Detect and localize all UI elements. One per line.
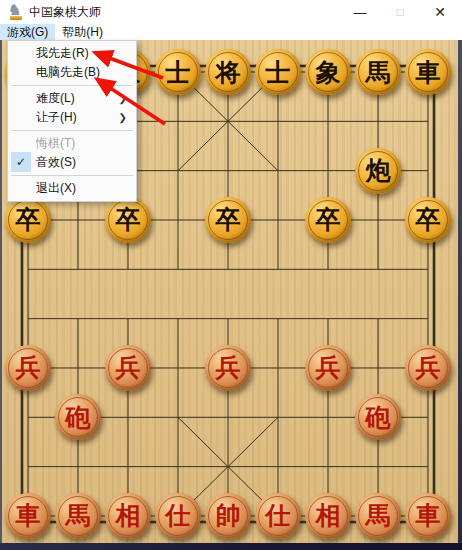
piece-black-15[interactable]: 卒 [405,197,451,243]
piece-red-20[interactable]: 兵 [405,345,451,391]
piece-glyph: 兵 [116,351,141,384]
piece-red-21[interactable]: 砲 [55,394,101,440]
menu-separator [11,130,133,131]
window-title: 中国象棋大师 [29,4,340,21]
piece-glyph: 兵 [416,351,441,384]
board-edge-bottom [0,543,462,550]
piece-glyph: 仕 [166,499,191,532]
menu-item-6[interactable]: 悔棋(T) [8,134,136,153]
menu-item-label: 电脑先走(B) [36,65,100,79]
menu-item-0[interactable]: 我先走(R) [8,44,136,63]
submenu-arrow-icon: ❯ [119,89,127,108]
piece-black-14[interactable]: 卒 [305,197,351,243]
piece-red-31[interactable]: 車 [405,493,451,539]
piece-red-28[interactable]: 仕 [255,493,301,539]
menu-item-label: 让子(H) [36,110,77,124]
piece-black-10[interactable]: 炮 [355,148,401,194]
app-icon: ♞ [8,4,24,20]
piece-glyph: 相 [116,499,141,532]
minimize-button[interactable]: — [340,0,380,24]
piece-glyph: 卒 [16,203,41,236]
close-button[interactable]: ✕ [420,0,460,24]
piece-glyph: 相 [316,499,341,532]
piece-black-3[interactable]: 士 [155,49,201,95]
menu-item-label: 我先走(R) [36,46,89,60]
menu-item-label: 难度(L) [36,91,75,105]
piece-red-24[interactable]: 馬 [55,493,101,539]
app-window: ♞ 中国象棋大师 — □ ✕ 游戏(G) 帮助(H) 車馬象士将士象馬車炮炮卒卒… [0,0,462,550]
piece-glyph: 帥 [216,499,241,532]
piece-glyph: 車 [416,56,441,89]
piece-glyph: 炮 [366,154,391,187]
check-icon: ✓ [11,152,31,172]
menu-separator [11,85,133,86]
menu-item-1[interactable]: 电脑先走(B) [8,63,136,82]
piece-black-6[interactable]: 象 [305,49,351,95]
piece-red-17[interactable]: 兵 [105,345,151,391]
menubar-item-help[interactable]: 帮助(H) [55,24,110,40]
game-dropdown-menu: 我先走(R)电脑先走(B)难度(L)❯让子(H)❯悔棋(T)✓音效(S)退出(X… [7,40,137,202]
piece-red-16[interactable]: 兵 [5,345,51,391]
piece-glyph: 馬 [66,499,91,532]
menu-item-label: 悔棋(T) [36,136,75,150]
piece-glyph: 兵 [216,351,241,384]
menu-item-4[interactable]: 让子(H)❯ [8,108,136,127]
piece-red-25[interactable]: 相 [105,493,151,539]
piece-glyph: 車 [416,499,441,532]
piece-black-5[interactable]: 士 [255,49,301,95]
piece-glyph: 士 [266,56,291,89]
piece-red-29[interactable]: 相 [305,493,351,539]
piece-glyph: 士 [166,56,191,89]
piece-red-26[interactable]: 仕 [155,493,201,539]
piece-glyph: 将 [216,56,241,89]
piece-black-13[interactable]: 卒 [205,197,251,243]
piece-black-7[interactable]: 馬 [355,49,401,95]
piece-glyph: 砲 [366,401,391,434]
menu-bar: 游戏(G) 帮助(H) [0,24,462,40]
board-edge-right [458,40,462,550]
piece-black-8[interactable]: 車 [405,49,451,95]
piece-glyph: 卒 [416,203,441,236]
piece-glyph: 砲 [66,401,91,434]
piece-red-30[interactable]: 馬 [355,493,401,539]
piece-glyph: 卒 [216,203,241,236]
menu-separator [11,175,133,176]
piece-glyph: 馬 [366,56,391,89]
menu-item-3[interactable]: 难度(L)❯ [8,89,136,108]
piece-glyph: 卒 [116,203,141,236]
submenu-arrow-icon: ❯ [119,108,127,127]
menubar-item-game[interactable]: 游戏(G) [0,24,55,40]
piece-black-12[interactable]: 卒 [105,197,151,243]
icon-gold-base [10,16,22,20]
menu-item-9[interactable]: 退出(X) [8,179,136,198]
piece-black-11[interactable]: 卒 [5,197,51,243]
piece-glyph: 卒 [316,203,341,236]
maximize-button[interactable]: □ [380,0,420,24]
piece-glyph: 象 [316,56,341,89]
menu-item-label: 退出(X) [36,181,76,195]
piece-glyph: 仕 [266,499,291,532]
piece-glyph: 兵 [316,351,341,384]
piece-red-19[interactable]: 兵 [305,345,351,391]
menu-item-7[interactable]: ✓音效(S) [8,153,136,172]
menu-item-label: 音效(S) [36,155,76,169]
title-bar: ♞ 中国象棋大师 — □ ✕ [0,0,462,24]
piece-red-18[interactable]: 兵 [205,345,251,391]
piece-red-27[interactable]: 帥 [205,493,251,539]
board-edge-left [0,40,2,550]
piece-black-4[interactable]: 将 [205,49,251,95]
piece-red-23[interactable]: 車 [5,493,51,539]
piece-red-22[interactable]: 砲 [355,394,401,440]
piece-glyph: 兵 [16,351,41,384]
piece-glyph: 馬 [366,499,391,532]
piece-glyph: 車 [16,499,41,532]
